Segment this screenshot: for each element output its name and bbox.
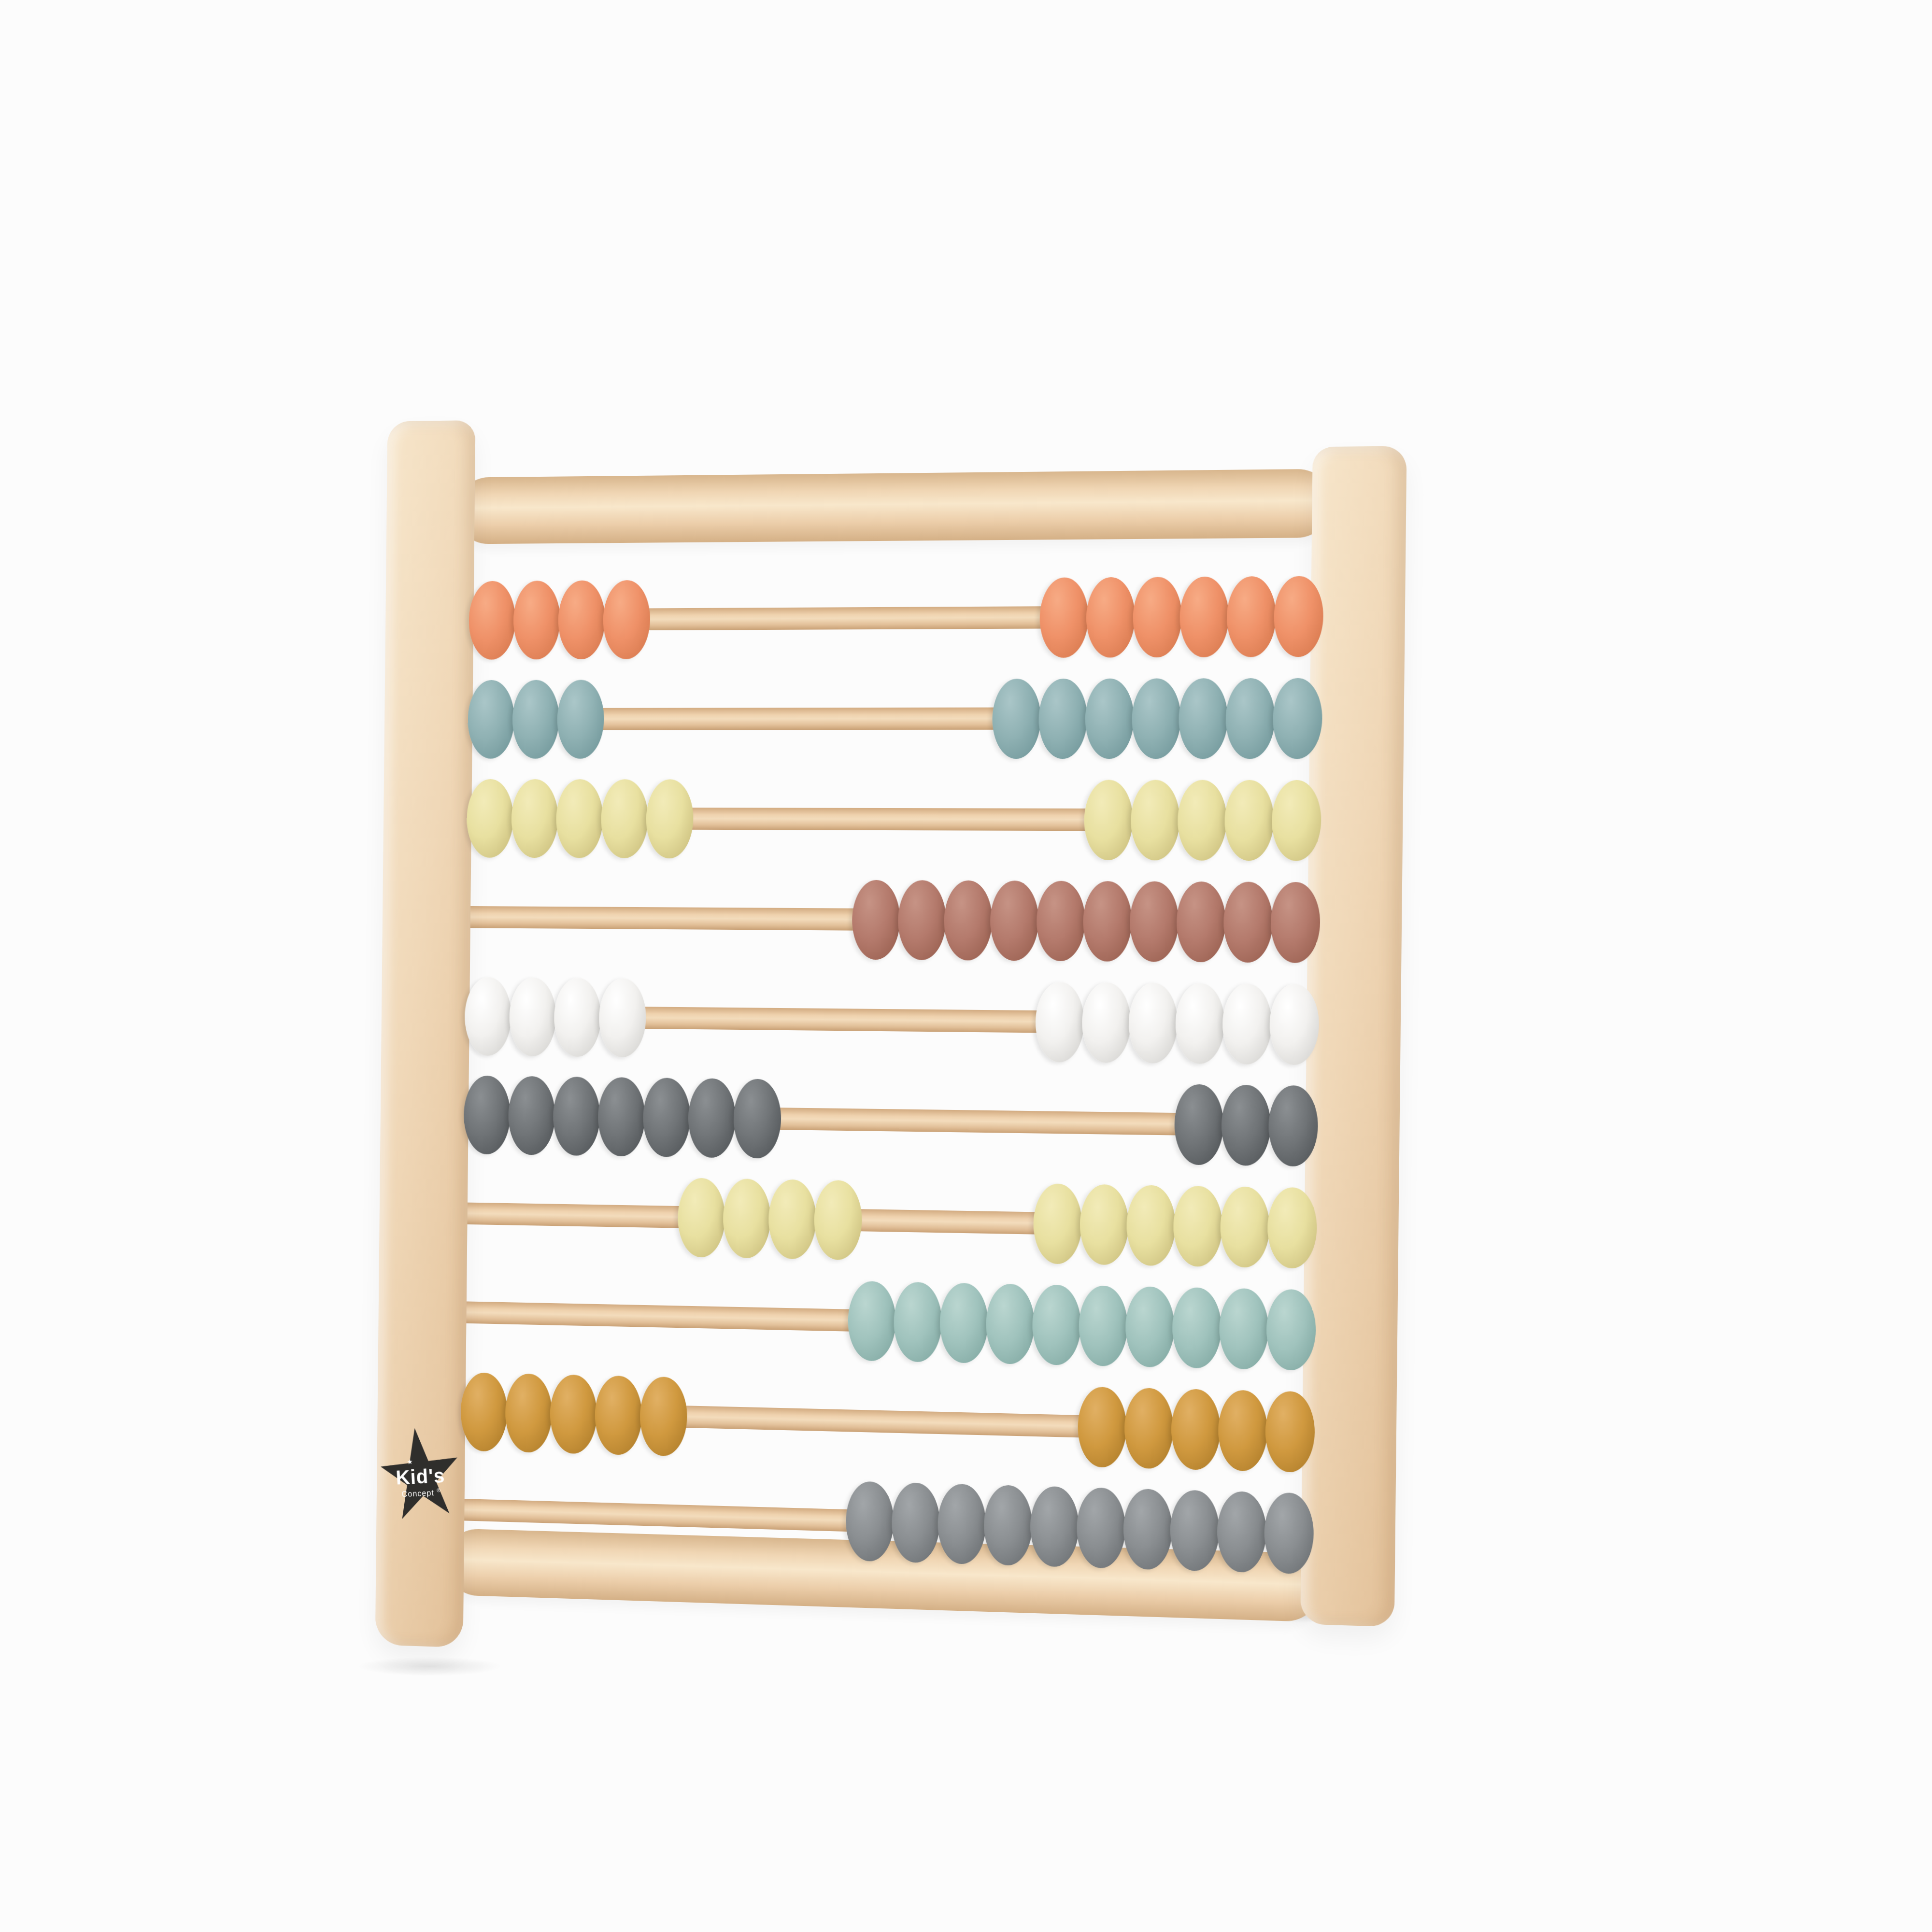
bead-medium-gray[interactable] [983, 1485, 1033, 1566]
bead-terracotta[interactable] [1223, 881, 1273, 963]
bead-pale-yellow[interactable] [556, 779, 604, 858]
bead-medium-gray[interactable] [1217, 1491, 1266, 1573]
bead-pale-yellow[interactable] [1271, 780, 1321, 861]
bead-steel-blue[interactable] [1225, 678, 1275, 759]
bead-terracotta[interactable] [990, 881, 1039, 961]
bead-terracotta[interactable] [1176, 881, 1226, 963]
left-post-shadow [357, 1657, 502, 1676]
bead-white[interactable] [464, 977, 511, 1056]
bead-group-right-rod-5 [1035, 982, 1319, 1065]
abacus-frame: ★ Kid's Concept ® [375, 409, 1407, 1679]
bead-steel-blue[interactable] [1038, 679, 1088, 759]
brand-name: Kid's Concept ® [380, 1465, 462, 1500]
bead-row-7 [455, 1174, 1317, 1269]
bead-medium-gray[interactable] [1123, 1488, 1173, 1570]
bead-dark-gray[interactable] [463, 1076, 511, 1155]
bead-seafoam-teal[interactable] [1032, 1284, 1081, 1365]
bead-terracotta[interactable] [1270, 882, 1321, 963]
top-crossbar [456, 469, 1333, 544]
bead-pale-yellow[interactable] [1130, 780, 1180, 861]
bead-mustard-amber[interactable] [1078, 1386, 1127, 1468]
bead-pale-yellow[interactable] [1084, 780, 1133, 860]
bead-group-left-rod-6 [463, 1076, 781, 1159]
bead-mustard-amber[interactable] [1265, 1391, 1315, 1473]
bead-pale-yellow[interactable] [1080, 1184, 1129, 1265]
bead-mustard-amber[interactable] [639, 1377, 687, 1457]
bead-white[interactable] [1081, 982, 1131, 1063]
bead-seafoam-teal[interactable] [1172, 1287, 1222, 1369]
bead-medium-gray[interactable] [845, 1481, 894, 1562]
bead-mustard-amber[interactable] [1171, 1389, 1221, 1470]
bead-terracotta[interactable] [897, 880, 946, 960]
bead-medium-gray[interactable] [1030, 1486, 1079, 1567]
bead-group-left-rod-3 [467, 779, 694, 858]
bead-pale-yellow[interactable] [1126, 1185, 1176, 1266]
bead-row-9 [454, 1372, 1315, 1473]
bead-dark-gray[interactable] [1174, 1084, 1224, 1165]
bead-coral-orange[interactable] [1179, 577, 1229, 657]
bead-white[interactable] [1128, 982, 1178, 1064]
bead-group-right-rod-1 [1039, 576, 1324, 658]
bead-group-left-rod-2 [468, 680, 605, 758]
bead-coral-orange[interactable] [1039, 577, 1089, 658]
bead-coral-orange[interactable] [1226, 576, 1276, 657]
bead-seafoam-teal[interactable] [894, 1282, 942, 1363]
bead-pale-yellow[interactable] [814, 1180, 862, 1260]
bead-terracotta[interactable] [1129, 881, 1179, 962]
bead-dark-gray[interactable] [553, 1077, 600, 1156]
bead-pale-yellow[interactable] [1033, 1183, 1082, 1264]
bead-pale-yellow[interactable] [678, 1178, 725, 1258]
bead-mustard-amber[interactable] [595, 1375, 642, 1455]
bead-white[interactable] [554, 978, 602, 1057]
bead-group-right-rod-10 [845, 1481, 1314, 1574]
bead-white[interactable] [598, 978, 646, 1057]
bead-mustard-amber[interactable] [1124, 1388, 1174, 1469]
registered-mark: ® [437, 1487, 441, 1493]
bead-medium-gray[interactable] [1077, 1487, 1126, 1569]
bead-seafoam-teal[interactable] [1219, 1288, 1269, 1370]
bead-coral-orange[interactable] [513, 581, 560, 659]
bead-dark-gray[interactable] [688, 1078, 736, 1158]
bead-terracotta[interactable] [1083, 881, 1132, 962]
product-photo-stage: ★ Kid's Concept ® [0, 0, 1932, 1932]
bead-medium-gray[interactable] [1170, 1490, 1220, 1572]
bead-white[interactable] [1175, 983, 1225, 1064]
bead-medium-gray[interactable] [938, 1483, 986, 1564]
bead-seafoam-teal[interactable] [848, 1281, 896, 1362]
bead-seafoam-teal[interactable] [986, 1283, 1035, 1364]
bead-group-right-rod-4 [852, 880, 1320, 963]
bead-group-right-rod-9 [1078, 1386, 1315, 1473]
bead-dark-gray[interactable] [733, 1079, 781, 1159]
bead-row-2 [460, 678, 1322, 759]
bead-coral-orange[interactable] [1133, 577, 1182, 657]
bead-mustard-amber[interactable] [550, 1374, 597, 1454]
brand-logo: ★ Kid's Concept ® [380, 1427, 462, 1526]
bead-seafoam-teal[interactable] [1079, 1285, 1128, 1366]
bead-row-3 [459, 779, 1321, 861]
brand-name-line2: Concept ® [381, 1486, 462, 1500]
bead-pale-yellow[interactable] [1220, 1186, 1270, 1268]
bead-steel-blue[interactable] [992, 679, 1041, 759]
bead-group-left-rod-9 [460, 1372, 687, 1457]
bead-row-6 [456, 1075, 1318, 1166]
bead-dark-gray[interactable] [597, 1077, 645, 1157]
bead-pale-yellow[interactable] [1267, 1187, 1317, 1269]
bead-coral-orange[interactable] [469, 581, 516, 660]
bead-group-right-rod-3 [1084, 780, 1321, 861]
bead-coral-orange[interactable] [603, 580, 651, 659]
brand-concept-text: Concept [401, 1488, 434, 1499]
bead-pale-yellow[interactable] [768, 1179, 816, 1259]
bead-row-4 [458, 878, 1321, 963]
bead-dark-gray[interactable] [508, 1076, 555, 1155]
bead-seafoam-teal[interactable] [1266, 1289, 1316, 1371]
bead-group-right-rod-2 [992, 678, 1323, 759]
bead-pale-yellow[interactable] [723, 1179, 771, 1259]
bead-group-left-rod-7 [678, 1178, 863, 1260]
bead-terracotta[interactable] [944, 881, 993, 961]
bead-row-5 [457, 977, 1320, 1065]
bead-steel-blue[interactable] [1179, 678, 1228, 759]
bead-pale-yellow[interactable] [1177, 780, 1227, 861]
bead-steel-blue[interactable] [1132, 678, 1181, 759]
bead-mustard-amber[interactable] [1218, 1390, 1267, 1472]
bead-pale-yellow[interactable] [467, 779, 514, 858]
bead-pale-yellow[interactable] [601, 779, 649, 858]
bead-dark-gray[interactable] [643, 1078, 691, 1157]
bead-row-1 [461, 576, 1323, 659]
bead-group-left-rod-5 [464, 977, 646, 1058]
bead-group-left-rod-1 [469, 580, 651, 660]
bead-group-right-rod-8 [848, 1281, 1316, 1371]
bead-steel-blue[interactable] [1273, 678, 1323, 759]
bead-coral-orange[interactable] [558, 580, 606, 659]
bead-pale-yellow[interactable] [1224, 780, 1274, 861]
bead-dark-gray[interactable] [1268, 1085, 1319, 1167]
bead-medium-gray[interactable] [891, 1482, 940, 1563]
bead-white[interactable] [1035, 982, 1084, 1063]
bead-group-right-rod-6 [1174, 1084, 1319, 1166]
bead-steel-blue[interactable] [1085, 679, 1134, 759]
bead-mustard-amber[interactable] [505, 1373, 552, 1453]
brand-name-line1: Kid's [380, 1465, 461, 1489]
bead-terracotta[interactable] [852, 880, 900, 960]
bead-white[interactable] [1269, 984, 1320, 1065]
bead-seafoam-teal[interactable] [1125, 1286, 1175, 1368]
bead-steel-blue[interactable] [512, 680, 559, 759]
bead-steel-blue[interactable] [557, 680, 605, 758]
bead-pale-yellow[interactable] [646, 779, 694, 858]
bead-coral-orange[interactable] [1086, 577, 1135, 658]
bead-coral-orange[interactable] [1274, 576, 1324, 657]
bead-white[interactable] [1222, 983, 1272, 1065]
bead-group-right-rod-7 [1033, 1183, 1317, 1269]
bead-dark-gray[interactable] [1221, 1085, 1271, 1166]
bead-row-8 [455, 1273, 1316, 1371]
bead-steel-blue[interactable] [468, 680, 515, 759]
bead-terracotta[interactable] [1036, 881, 1085, 962]
bead-white[interactable] [509, 977, 556, 1056]
bead-seafoam-teal[interactable] [939, 1282, 988, 1364]
bead-mustard-amber[interactable] [460, 1372, 508, 1452]
bead-medium-gray[interactable] [1264, 1492, 1314, 1574]
bead-pale-yellow[interactable] [1173, 1186, 1223, 1267]
bead-pale-yellow[interactable] [511, 779, 558, 858]
sparkle-icon: ★ [407, 1458, 413, 1466]
